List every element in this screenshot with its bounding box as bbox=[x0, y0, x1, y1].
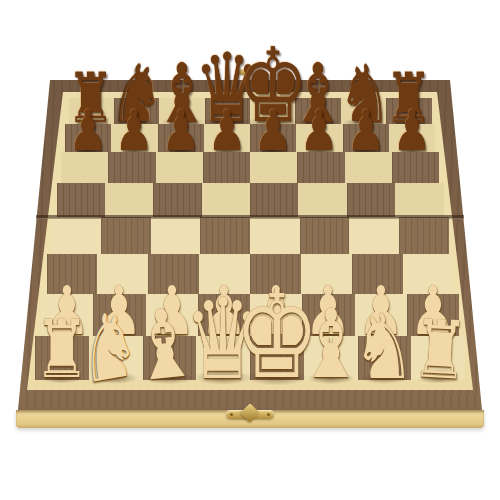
square-d6[interactable] bbox=[203, 152, 250, 183]
square-c7[interactable]: ♟ bbox=[158, 124, 204, 152]
square-f5[interactable] bbox=[298, 183, 346, 217]
square-f1[interactable]: ♝ bbox=[304, 336, 358, 380]
fold-seam bbox=[36, 215, 464, 219]
square-b5[interactable] bbox=[105, 183, 153, 217]
square-c4[interactable] bbox=[151, 217, 201, 254]
piece-black-pawn-f7[interactable]: ♟ bbox=[300, 103, 339, 159]
front-brass-clasp-icon bbox=[226, 402, 274, 426]
square-b7[interactable]: ♟ bbox=[111, 124, 157, 152]
piece-black-pawn-e7[interactable]: ♟ bbox=[254, 103, 293, 159]
square-c6[interactable] bbox=[156, 152, 203, 183]
rank-5 bbox=[57, 183, 444, 217]
square-e4[interactable] bbox=[250, 217, 300, 254]
square-d4[interactable] bbox=[200, 217, 250, 254]
rank-6 bbox=[61, 152, 439, 183]
square-e6[interactable] bbox=[250, 152, 297, 183]
square-e1[interactable]: ♚ bbox=[250, 336, 304, 380]
square-b6[interactable] bbox=[108, 152, 155, 183]
piece-black-pawn-d7[interactable]: ♟ bbox=[207, 103, 246, 159]
chessboard[interactable]: ♜♞♝♛♚♝♞♜♟♟♟♟♟♟♟♟♟♟♟♟♟♟♟♟♜♞♝♛♚♝♞♜ bbox=[0, 98, 500, 380]
square-c5[interactable] bbox=[153, 183, 201, 217]
piece-black-pawn-a7[interactable]: ♟ bbox=[69, 103, 108, 159]
square-f7[interactable]: ♟ bbox=[296, 124, 342, 152]
clasp-screw-right bbox=[267, 413, 270, 416]
square-h4[interactable] bbox=[399, 217, 449, 254]
piece-black-pawn-h7[interactable]: ♟ bbox=[392, 103, 431, 159]
square-g1[interactable]: ♞ bbox=[358, 336, 412, 380]
square-g4[interactable] bbox=[349, 217, 399, 254]
square-b4[interactable] bbox=[101, 217, 151, 254]
product-photo: ♜♞♝♛♚♝♞♜♟♟♟♟♟♟♟♟♟♟♟♟♟♟♟♟♜♞♝♛♚♝♞♜ bbox=[0, 0, 500, 500]
piece-white-knight-g1[interactable]: ♞ bbox=[353, 302, 416, 392]
square-a6[interactable] bbox=[61, 152, 108, 183]
clasp-knob bbox=[240, 403, 260, 423]
square-h5[interactable] bbox=[395, 183, 443, 217]
square-a4[interactable] bbox=[52, 217, 102, 254]
square-e5[interactable] bbox=[250, 183, 298, 217]
square-h1[interactable]: ♜ bbox=[411, 336, 465, 380]
square-h6[interactable] bbox=[392, 152, 439, 183]
square-a7[interactable]: ♟ bbox=[65, 124, 111, 152]
square-d7[interactable]: ♟ bbox=[204, 124, 250, 152]
clasp-screw-left bbox=[230, 413, 233, 416]
piece-black-pawn-g7[interactable]: ♟ bbox=[346, 103, 385, 159]
square-f4[interactable] bbox=[300, 217, 350, 254]
piece-white-rook-h1[interactable]: ♜ bbox=[410, 309, 470, 392]
square-g7[interactable]: ♟ bbox=[343, 124, 389, 152]
square-h7[interactable]: ♟ bbox=[389, 124, 435, 152]
piece-black-pawn-c7[interactable]: ♟ bbox=[161, 103, 200, 159]
piece-black-pawn-b7[interactable]: ♟ bbox=[115, 103, 154, 159]
rank-7: ♟♟♟♟♟♟♟♟ bbox=[65, 124, 435, 152]
square-g5[interactable] bbox=[347, 183, 395, 217]
square-g6[interactable] bbox=[345, 152, 392, 183]
square-a5[interactable] bbox=[57, 183, 105, 217]
square-e7[interactable]: ♟ bbox=[250, 124, 296, 152]
rank-1: ♜♞♝♛♚♝♞♜ bbox=[35, 336, 465, 380]
rank-4 bbox=[52, 217, 449, 254]
square-f6[interactable] bbox=[297, 152, 344, 183]
square-d5[interactable] bbox=[202, 183, 250, 217]
